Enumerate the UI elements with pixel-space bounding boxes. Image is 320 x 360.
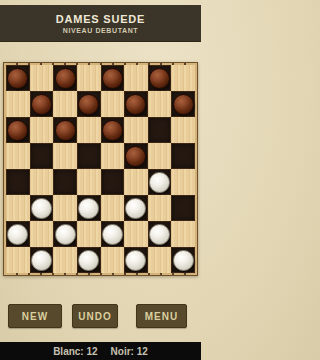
light-square <box>30 169 54 195</box>
light-square <box>77 221 101 247</box>
dark-square[interactable] <box>6 117 30 143</box>
light-square <box>148 247 172 273</box>
white-piece[interactable] <box>78 198 99 219</box>
light-square <box>6 91 30 117</box>
black-piece[interactable] <box>173 94 194 115</box>
light-square <box>6 143 30 169</box>
white-piece[interactable] <box>78 250 99 271</box>
black-piece[interactable] <box>102 68 123 89</box>
dark-square[interactable] <box>171 91 195 117</box>
black-piece[interactable] <box>55 68 76 89</box>
dark-square[interactable] <box>77 91 101 117</box>
dark-square[interactable] <box>30 247 54 273</box>
light-square <box>30 65 54 91</box>
light-square <box>6 195 30 221</box>
difficulty-level: NIVEAU DEBUTANT <box>63 27 138 34</box>
dark-square[interactable] <box>77 247 101 273</box>
white-piece[interactable] <box>149 224 170 245</box>
dark-square[interactable] <box>101 117 125 143</box>
dark-square[interactable] <box>53 117 77 143</box>
light-square <box>101 195 125 221</box>
white-count-label: Blanc: 12 <box>53 346 97 357</box>
light-square <box>148 143 172 169</box>
dark-square[interactable] <box>171 247 195 273</box>
dark-square[interactable] <box>171 195 195 221</box>
white-piece[interactable] <box>149 172 170 193</box>
white-piece[interactable] <box>125 198 146 219</box>
light-square <box>53 195 77 221</box>
light-square <box>124 169 148 195</box>
dark-square[interactable] <box>124 247 148 273</box>
light-square <box>171 65 195 91</box>
dark-square[interactable] <box>148 117 172 143</box>
light-square <box>101 143 125 169</box>
dark-square[interactable] <box>124 143 148 169</box>
menu-button[interactable]: MENU <box>136 304 187 328</box>
light-square <box>53 91 77 117</box>
board-grid[interactable] <box>6 65 195 273</box>
dark-square[interactable] <box>6 221 30 247</box>
dark-square[interactable] <box>101 221 125 247</box>
light-square <box>148 91 172 117</box>
dark-square[interactable] <box>101 169 125 195</box>
black-piece[interactable] <box>125 146 146 167</box>
black-piece[interactable] <box>7 68 28 89</box>
white-piece[interactable] <box>31 198 52 219</box>
white-piece[interactable] <box>173 250 194 271</box>
black-count-label: Noir: 12 <box>111 346 148 357</box>
light-square <box>53 143 77 169</box>
light-square <box>77 169 101 195</box>
dark-square[interactable] <box>53 221 77 247</box>
app-title: DAMES SUEDE <box>56 13 145 25</box>
dark-square[interactable] <box>171 143 195 169</box>
light-square <box>124 221 148 247</box>
light-square <box>30 221 54 247</box>
dark-square[interactable] <box>53 65 77 91</box>
dark-square[interactable] <box>6 65 30 91</box>
light-square <box>77 117 101 143</box>
dark-square[interactable] <box>30 195 54 221</box>
light-square <box>124 117 148 143</box>
light-square <box>101 247 125 273</box>
white-piece[interactable] <box>125 250 146 271</box>
dark-square[interactable] <box>124 91 148 117</box>
white-piece[interactable] <box>55 224 76 245</box>
light-square <box>171 221 195 247</box>
black-piece[interactable] <box>102 120 123 141</box>
dark-square[interactable] <box>30 91 54 117</box>
header-bar: DAMES SUEDE NIVEAU DEBUTANT <box>0 5 201 42</box>
dark-square[interactable] <box>148 221 172 247</box>
black-piece[interactable] <box>125 94 146 115</box>
dark-square[interactable] <box>77 195 101 221</box>
light-square <box>124 65 148 91</box>
dark-square[interactable] <box>148 169 172 195</box>
new-game-button[interactable]: NEW <box>8 304 62 328</box>
black-piece[interactable] <box>55 120 76 141</box>
dark-square[interactable] <box>148 65 172 91</box>
dark-square[interactable] <box>101 65 125 91</box>
black-piece[interactable] <box>78 94 99 115</box>
undo-button[interactable]: UNDO <box>72 304 118 328</box>
dark-square[interactable] <box>6 169 30 195</box>
light-square <box>171 169 195 195</box>
black-piece[interactable] <box>31 94 52 115</box>
dark-square[interactable] <box>77 143 101 169</box>
light-square <box>101 91 125 117</box>
light-square <box>30 117 54 143</box>
status-bar: Blanc: 12 Noir: 12 <box>0 342 201 360</box>
black-piece[interactable] <box>7 120 28 141</box>
white-piece[interactable] <box>102 224 123 245</box>
white-piece[interactable] <box>7 224 28 245</box>
light-square <box>6 247 30 273</box>
board-frame <box>3 62 198 276</box>
dark-square[interactable] <box>30 143 54 169</box>
white-piece[interactable] <box>31 250 52 271</box>
dark-square[interactable] <box>53 169 77 195</box>
dark-square[interactable] <box>124 195 148 221</box>
light-square <box>53 247 77 273</box>
light-square <box>77 65 101 91</box>
light-square <box>171 117 195 143</box>
light-square <box>148 195 172 221</box>
black-piece[interactable] <box>149 68 170 89</box>
